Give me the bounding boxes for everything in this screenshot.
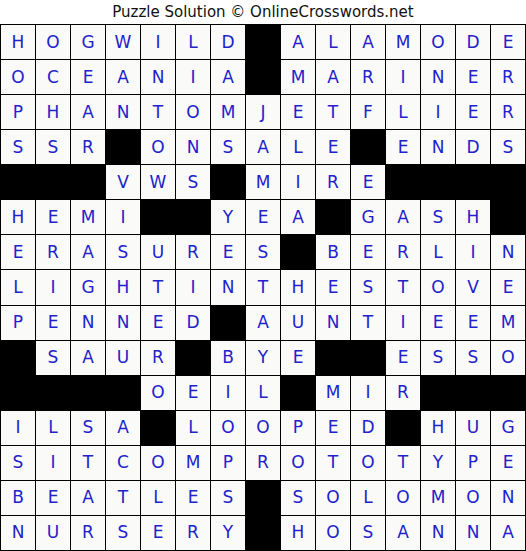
letter-cell[interactable]: R <box>246 446 280 480</box>
block-cell <box>71 165 105 199</box>
letter-cell[interactable]: S <box>351 270 385 304</box>
letter-cell[interactable]: L <box>421 235 455 269</box>
letter-cell[interactable]: L <box>316 25 350 59</box>
block-cell <box>141 411 175 445</box>
block-cell <box>71 376 105 410</box>
letter-cell[interactable]: N <box>456 516 490 550</box>
letter-cell[interactable]: H <box>421 411 455 445</box>
letter-cell[interactable]: H <box>281 516 315 550</box>
letter-cell[interactable]: R <box>351 60 385 94</box>
letter-cell[interactable]: E <box>456 60 490 94</box>
letter-cell[interactable]: I <box>421 95 455 129</box>
crossword-grid: HOGWILDALAMODEOCEANIAMARINERPHANTOMJETFL… <box>0 24 526 551</box>
block-cell <box>351 130 385 164</box>
letter-cell[interactable]: E <box>491 25 525 59</box>
letter-cell[interactable]: O <box>211 411 245 445</box>
letter-cell[interactable]: U <box>106 341 140 375</box>
letter-cell[interactable]: S <box>351 516 385 550</box>
letter-cell[interactable]: D <box>351 411 385 445</box>
letter-cell[interactable]: O <box>351 446 385 480</box>
letter-cell[interactable]: J <box>246 95 280 129</box>
letter-cell[interactable]: S <box>421 200 455 234</box>
letter-cell[interactable]: A <box>351 25 385 59</box>
letter-cell[interactable]: E <box>281 95 315 129</box>
letter-cell[interactable]: E <box>211 235 245 269</box>
block-cell <box>106 130 140 164</box>
letter-cell[interactable]: E <box>351 235 385 269</box>
letter-cell[interactable]: N <box>491 481 525 515</box>
letter-cell[interactable]: O <box>316 481 350 515</box>
letter-cell[interactable]: I <box>351 376 385 410</box>
letter-cell[interactable]: T <box>316 446 350 480</box>
letter-cell[interactable]: G <box>491 411 525 445</box>
letter-cell[interactable]: A <box>281 25 315 59</box>
letter-cell[interactable]: I <box>456 235 490 269</box>
letter-cell[interactable]: M <box>421 481 455 515</box>
letter-cell[interactable]: T <box>246 270 280 304</box>
block-cell <box>246 25 280 59</box>
letter-cell[interactable]: I <box>36 270 70 304</box>
letter-cell[interactable]: P <box>1 306 35 340</box>
letter-cell[interactable]: L <box>1 270 35 304</box>
letter-cell[interactable]: T <box>386 270 420 304</box>
letter-cell[interactable]: I <box>141 25 175 59</box>
letter-cell[interactable]: F <box>351 95 385 129</box>
letter-cell[interactable]: E <box>421 306 455 340</box>
letter-cell[interactable]: A <box>71 95 105 129</box>
letter-cell[interactable]: L <box>176 25 210 59</box>
block-cell <box>281 235 315 269</box>
letter-cell[interactable]: H <box>456 200 490 234</box>
letter-cell[interactable]: A <box>281 200 315 234</box>
letter-cell[interactable]: E <box>141 516 175 550</box>
letter-cell[interactable]: N <box>176 130 210 164</box>
letter-cell[interactable]: T <box>316 95 350 129</box>
block-cell <box>246 516 280 550</box>
letter-cell[interactable]: C <box>36 60 70 94</box>
letter-cell[interactable]: N <box>211 270 245 304</box>
letter-cell[interactable]: S <box>1 446 35 480</box>
block-cell <box>1 165 35 199</box>
letter-cell[interactable]: D <box>456 25 490 59</box>
letter-cell[interactable]: O <box>281 446 315 480</box>
letter-cell[interactable]: E <box>246 200 280 234</box>
letter-cell[interactable]: Y <box>211 200 245 234</box>
block-cell <box>246 60 280 94</box>
letter-cell[interactable]: L <box>141 481 175 515</box>
letter-cell[interactable]: R <box>176 516 210 550</box>
letter-cell[interactable]: L <box>281 130 315 164</box>
letter-cell[interactable]: M <box>491 306 525 340</box>
letter-cell[interactable]: E <box>316 411 350 445</box>
block-cell <box>421 376 455 410</box>
letter-cell[interactable]: U <box>281 306 315 340</box>
letter-cell[interactable]: G <box>351 200 385 234</box>
letter-cell[interactable]: M <box>246 165 280 199</box>
letter-cell[interactable]: R <box>71 516 105 550</box>
letter-cell[interactable]: S <box>36 130 70 164</box>
letter-cell[interactable]: P <box>1 95 35 129</box>
letter-cell[interactable]: H <box>106 270 140 304</box>
letter-cell[interactable]: O <box>141 446 175 480</box>
block-cell <box>1 341 35 375</box>
letter-cell[interactable]: L <box>386 95 420 129</box>
letter-cell[interactable]: E <box>141 306 175 340</box>
letter-cell[interactable]: E <box>386 130 420 164</box>
letter-cell[interactable]: I <box>386 306 420 340</box>
letter-cell[interactable]: E <box>281 341 315 375</box>
letter-cell[interactable]: S <box>211 130 245 164</box>
letter-cell[interactable]: U <box>36 516 70 550</box>
letter-cell[interactable]: A <box>71 341 105 375</box>
block-cell <box>176 341 210 375</box>
page-title: Puzzle Solution © OnlineCrosswords.net <box>0 0 526 24</box>
letter-cell[interactable]: A <box>491 516 525 550</box>
letter-cell[interactable]: E <box>176 481 210 515</box>
letter-cell[interactable]: P <box>456 446 490 480</box>
letter-cell[interactable]: O <box>386 481 420 515</box>
block-cell <box>421 165 455 199</box>
letter-cell[interactable]: A <box>246 306 280 340</box>
letter-cell[interactable]: O <box>456 481 490 515</box>
letter-cell[interactable]: Y <box>211 516 245 550</box>
letter-cell[interactable]: A <box>71 235 105 269</box>
letter-cell[interactable]: O <box>1 60 35 94</box>
letter-cell[interactable]: N <box>141 60 175 94</box>
letter-cell[interactable]: I <box>176 270 210 304</box>
letter-cell[interactable]: A <box>316 60 350 94</box>
letter-cell[interactable]: S <box>211 481 245 515</box>
letter-cell[interactable]: S <box>71 411 105 445</box>
letter-cell[interactable]: M <box>281 60 315 94</box>
letter-cell[interactable]: G <box>71 270 105 304</box>
letter-cell[interactable]: R <box>176 235 210 269</box>
letter-cell[interactable]: N <box>106 306 140 340</box>
letter-cell[interactable]: T <box>71 446 105 480</box>
letter-cell[interactable]: N <box>106 95 140 129</box>
letter-cell[interactable]: I <box>1 411 35 445</box>
letter-cell[interactable]: E <box>36 481 70 515</box>
block-cell <box>456 165 490 199</box>
letter-cell[interactable]: R <box>491 60 525 94</box>
letter-cell[interactable]: E <box>456 95 490 129</box>
letter-cell[interactable]: N <box>421 130 455 164</box>
letter-cell[interactable]: R <box>491 95 525 129</box>
puzzle-solution-page: Puzzle Solution © OnlineCrosswords.net H… <box>0 0 526 551</box>
letter-cell[interactable]: E <box>36 306 70 340</box>
letter-cell[interactable]: S <box>281 481 315 515</box>
letter-cell[interactable]: L <box>36 411 70 445</box>
letter-cell[interactable]: A <box>246 130 280 164</box>
letter-cell[interactable]: D <box>211 25 245 59</box>
block-cell <box>491 165 525 199</box>
block-cell <box>36 165 70 199</box>
letter-cell[interactable]: D <box>456 130 490 164</box>
letter-cell[interactable]: V <box>456 270 490 304</box>
letter-cell[interactable]: H <box>1 200 35 234</box>
block-cell <box>491 200 525 234</box>
letter-cell[interactable]: Y <box>421 446 455 480</box>
letter-cell[interactable]: T <box>386 446 420 480</box>
letter-cell[interactable]: A <box>71 481 105 515</box>
letter-cell[interactable]: P <box>281 411 315 445</box>
letter-cell[interactable]: S <box>491 130 525 164</box>
letter-cell[interactable]: U <box>456 411 490 445</box>
letter-cell[interactable]: H <box>281 270 315 304</box>
letter-cell[interactable]: R <box>316 165 350 199</box>
letter-cell[interactable]: E <box>71 60 105 94</box>
letter-cell[interactable]: M <box>386 25 420 59</box>
letter-cell[interactable]: N <box>1 516 35 550</box>
letter-cell[interactable]: E <box>1 235 35 269</box>
letter-cell[interactable]: U <box>141 235 175 269</box>
letter-cell[interactable]: N <box>71 306 105 340</box>
block-cell <box>351 341 385 375</box>
letter-cell[interactable]: S <box>456 341 490 375</box>
block-cell <box>456 376 490 410</box>
block-cell <box>316 341 350 375</box>
letter-cell[interactable]: B <box>1 481 35 515</box>
letter-cell[interactable]: S <box>246 235 280 269</box>
block-cell <box>106 376 140 410</box>
letter-cell[interactable]: I <box>386 60 420 94</box>
letter-cell[interactable]: S <box>421 341 455 375</box>
letter-cell[interactable]: O <box>246 411 280 445</box>
letter-cell[interactable]: V <box>106 165 140 199</box>
letter-cell[interactable]: R <box>386 376 420 410</box>
block-cell <box>176 200 210 234</box>
letter-cell[interactable]: E <box>36 200 70 234</box>
letter-cell[interactable]: Y <box>246 341 280 375</box>
letter-cell[interactable]: S <box>1 130 35 164</box>
letter-cell[interactable]: O <box>141 376 175 410</box>
block-cell <box>386 411 420 445</box>
letter-cell[interactable]: A <box>106 411 140 445</box>
letter-cell[interactable]: E <box>491 270 525 304</box>
block-cell <box>141 200 175 234</box>
letter-cell[interactable]: L <box>176 411 210 445</box>
letter-cell[interactable]: E <box>386 341 420 375</box>
letter-cell[interactable]: N <box>491 235 525 269</box>
letter-cell[interactable]: R <box>36 235 70 269</box>
letter-cell[interactable]: E <box>316 130 350 164</box>
letter-cell[interactable]: I <box>211 376 245 410</box>
letter-cell[interactable]: O <box>176 95 210 129</box>
letter-cell[interactable]: M <box>316 376 350 410</box>
letter-cell[interactable]: W <box>141 165 175 199</box>
letter-cell[interactable]: A <box>386 200 420 234</box>
letter-cell[interactable]: E <box>316 270 350 304</box>
letter-cell[interactable]: N <box>421 516 455 550</box>
letter-cell[interactable]: I <box>281 165 315 199</box>
letter-cell[interactable]: P <box>211 446 245 480</box>
block-cell <box>1 376 35 410</box>
letter-cell[interactable]: N <box>316 306 350 340</box>
block-cell <box>281 376 315 410</box>
letter-cell[interactable]: M <box>71 200 105 234</box>
letter-cell[interactable]: E <box>491 446 525 480</box>
letter-cell[interactable]: R <box>386 235 420 269</box>
letter-cell[interactable]: O <box>36 25 70 59</box>
block-cell <box>36 376 70 410</box>
letter-cell[interactable]: E <box>351 165 385 199</box>
block-cell <box>211 165 245 199</box>
letter-cell[interactable]: L <box>246 376 280 410</box>
letter-cell[interactable]: A <box>211 60 245 94</box>
letter-cell[interactable]: H <box>36 95 70 129</box>
letter-cell[interactable]: B <box>211 341 245 375</box>
letter-cell[interactable]: O <box>316 516 350 550</box>
block-cell <box>316 200 350 234</box>
letter-cell[interactable]: H <box>1 25 35 59</box>
letter-cell[interactable]: T <box>106 481 140 515</box>
letter-cell[interactable]: I <box>106 200 140 234</box>
block-cell <box>491 376 525 410</box>
letter-cell[interactable]: R <box>141 341 175 375</box>
letter-cell[interactable]: T <box>351 306 385 340</box>
letter-cell[interactable]: S <box>106 235 140 269</box>
block-cell <box>211 306 245 340</box>
block-cell <box>246 481 280 515</box>
letter-cell[interactable]: R <box>71 130 105 164</box>
letter-cell[interactable]: I <box>176 60 210 94</box>
letter-cell[interactable]: B <box>316 235 350 269</box>
letter-cell[interactable]: D <box>176 306 210 340</box>
letter-cell[interactable]: O <box>141 130 175 164</box>
letter-cell[interactable]: S <box>176 165 210 199</box>
letter-cell[interactable]: G <box>71 25 105 59</box>
letter-cell[interactable]: I <box>36 446 70 480</box>
letter-cell[interactable]: E <box>456 306 490 340</box>
letter-cell[interactable]: O <box>491 341 525 375</box>
letter-cell[interactable]: S <box>106 516 140 550</box>
letter-cell[interactable]: M <box>211 95 245 129</box>
letter-cell[interactable]: T <box>141 270 175 304</box>
letter-cell[interactable]: O <box>421 25 455 59</box>
letter-cell[interactable]: A <box>106 60 140 94</box>
letter-cell[interactable]: L <box>351 481 385 515</box>
letter-cell[interactable]: S <box>36 341 70 375</box>
letter-cell[interactable]: O <box>421 270 455 304</box>
letter-cell[interactable]: T <box>141 95 175 129</box>
letter-cell[interactable]: M <box>176 446 210 480</box>
block-cell <box>386 165 420 199</box>
letter-cell[interactable]: E <box>176 376 210 410</box>
letter-cell[interactable]: A <box>386 516 420 550</box>
letter-cell[interactable]: C <box>106 446 140 480</box>
letter-cell[interactable]: N <box>421 60 455 94</box>
letter-cell[interactable]: W <box>106 25 140 59</box>
